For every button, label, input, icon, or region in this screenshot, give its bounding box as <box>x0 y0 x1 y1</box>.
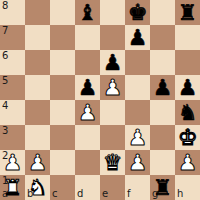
square-c4[interactable] <box>50 100 75 125</box>
piece-black-pawn[interactable]: ♟ <box>178 75 198 100</box>
square-g1[interactable]: g♜ <box>150 175 175 200</box>
square-a8[interactable]: 8 <box>0 0 25 25</box>
square-b7[interactable] <box>25 25 50 50</box>
piece-white-pawn[interactable]: ♟ <box>128 150 148 175</box>
square-f5[interactable] <box>125 75 150 100</box>
piece-white-rook[interactable]: ♜ <box>3 175 23 200</box>
square-b4[interactable] <box>25 100 50 125</box>
square-g8[interactable] <box>150 0 175 25</box>
square-h3[interactable]: ♚ <box>175 125 200 150</box>
square-c6[interactable] <box>50 50 75 75</box>
square-f7[interactable]: ♟ <box>125 25 150 50</box>
piece-white-king[interactable]: ♚ <box>178 125 198 150</box>
square-e6[interactable]: ♟ <box>100 50 125 75</box>
piece-black-bishop[interactable]: ♝ <box>78 0 98 25</box>
square-f3[interactable]: ♟ <box>125 125 150 150</box>
square-g2[interactable] <box>150 150 175 175</box>
piece-white-queen[interactable]: ♛ <box>103 150 123 175</box>
square-e5[interactable]: ♟ <box>100 75 125 100</box>
file-label-h: h <box>177 189 183 199</box>
square-e3[interactable] <box>100 125 125 150</box>
piece-white-pawn[interactable]: ♟ <box>28 150 48 175</box>
square-d6[interactable] <box>75 50 100 75</box>
square-a2[interactable]: 2♟ <box>0 150 25 175</box>
square-b6[interactable] <box>25 50 50 75</box>
square-e7[interactable] <box>100 25 125 50</box>
piece-black-pawn[interactable]: ♟ <box>103 50 123 75</box>
rank-label-5: 5 <box>2 76 8 86</box>
square-d2[interactable] <box>75 150 100 175</box>
piece-black-pawn[interactable]: ♟ <box>78 75 98 100</box>
square-h1[interactable]: h <box>175 175 200 200</box>
square-h8[interactable]: ♜ <box>175 0 200 25</box>
square-g6[interactable] <box>150 50 175 75</box>
square-c8[interactable] <box>50 0 75 25</box>
square-c5[interactable] <box>50 75 75 100</box>
piece-white-pawn[interactable]: ♟ <box>128 125 148 150</box>
square-a1[interactable]: 1a♜ <box>0 175 25 200</box>
piece-white-pawn[interactable]: ♟ <box>3 150 23 175</box>
square-f1[interactable]: f <box>125 175 150 200</box>
square-f4[interactable] <box>125 100 150 125</box>
piece-white-knight[interactable]: ♞ <box>28 175 48 200</box>
square-d7[interactable] <box>75 25 100 50</box>
square-b1[interactable]: b♞ <box>25 175 50 200</box>
file-label-d: d <box>77 189 83 199</box>
square-f2[interactable]: ♟ <box>125 150 150 175</box>
file-label-e: e <box>102 189 108 199</box>
square-c7[interactable] <box>50 25 75 50</box>
square-a5[interactable]: 5 <box>0 75 25 100</box>
square-d4[interactable]: ♟ <box>75 100 100 125</box>
square-h5[interactable]: ♟ <box>175 75 200 100</box>
square-h4[interactable]: ♞ <box>175 100 200 125</box>
rank-label-3: 3 <box>2 126 8 136</box>
square-a6[interactable]: 6 <box>0 50 25 75</box>
square-e4[interactable] <box>100 100 125 125</box>
square-a4[interactable]: 4 <box>0 100 25 125</box>
square-b2[interactable]: ♟ <box>25 150 50 175</box>
square-g4[interactable] <box>150 100 175 125</box>
square-f8[interactable]: ♚ <box>125 0 150 25</box>
square-e1[interactable]: e <box>100 175 125 200</box>
file-label-f: f <box>127 189 131 199</box>
piece-white-pawn[interactable]: ♟ <box>78 100 98 125</box>
square-e8[interactable] <box>100 0 125 25</box>
chess-board: 8♝♚♜7♟6♟5♟♟♟♟4♟♞3♟♚2♟♟♛♟♟1a♜b♞cdefg♜h <box>0 0 200 200</box>
square-c3[interactable] <box>50 125 75 150</box>
rank-label-6: 6 <box>2 51 8 61</box>
square-f6[interactable] <box>125 50 150 75</box>
square-h6[interactable] <box>175 50 200 75</box>
square-h7[interactable] <box>175 25 200 50</box>
square-e2[interactable]: ♛ <box>100 150 125 175</box>
piece-black-rook[interactable]: ♜ <box>153 175 173 200</box>
square-h2[interactable]: ♟ <box>175 150 200 175</box>
piece-white-pawn[interactable]: ♟ <box>178 150 198 175</box>
square-c1[interactable]: c <box>50 175 75 200</box>
square-g5[interactable]: ♟ <box>150 75 175 100</box>
piece-black-knight[interactable]: ♞ <box>178 100 198 125</box>
square-a3[interactable]: 3 <box>0 125 25 150</box>
file-label-c: c <box>52 189 58 199</box>
square-d5[interactable]: ♟ <box>75 75 100 100</box>
square-c2[interactable] <box>50 150 75 175</box>
square-g3[interactable] <box>150 125 175 150</box>
rank-label-8: 8 <box>2 1 8 11</box>
piece-black-king[interactable]: ♚ <box>128 0 148 25</box>
square-d1[interactable]: d <box>75 175 100 200</box>
rank-label-7: 7 <box>2 26 8 36</box>
square-g7[interactable] <box>150 25 175 50</box>
square-b8[interactable] <box>25 0 50 25</box>
piece-black-pawn[interactable]: ♟ <box>128 25 148 50</box>
piece-black-pawn[interactable]: ♟ <box>153 75 173 100</box>
square-d3[interactable] <box>75 125 100 150</box>
square-a7[interactable]: 7 <box>0 25 25 50</box>
piece-black-rook[interactable]: ♜ <box>178 0 198 25</box>
square-b3[interactable] <box>25 125 50 150</box>
square-d8[interactable]: ♝ <box>75 0 100 25</box>
square-b5[interactable] <box>25 75 50 100</box>
piece-white-pawn[interactable]: ♟ <box>103 75 123 100</box>
rank-label-4: 4 <box>2 101 8 111</box>
